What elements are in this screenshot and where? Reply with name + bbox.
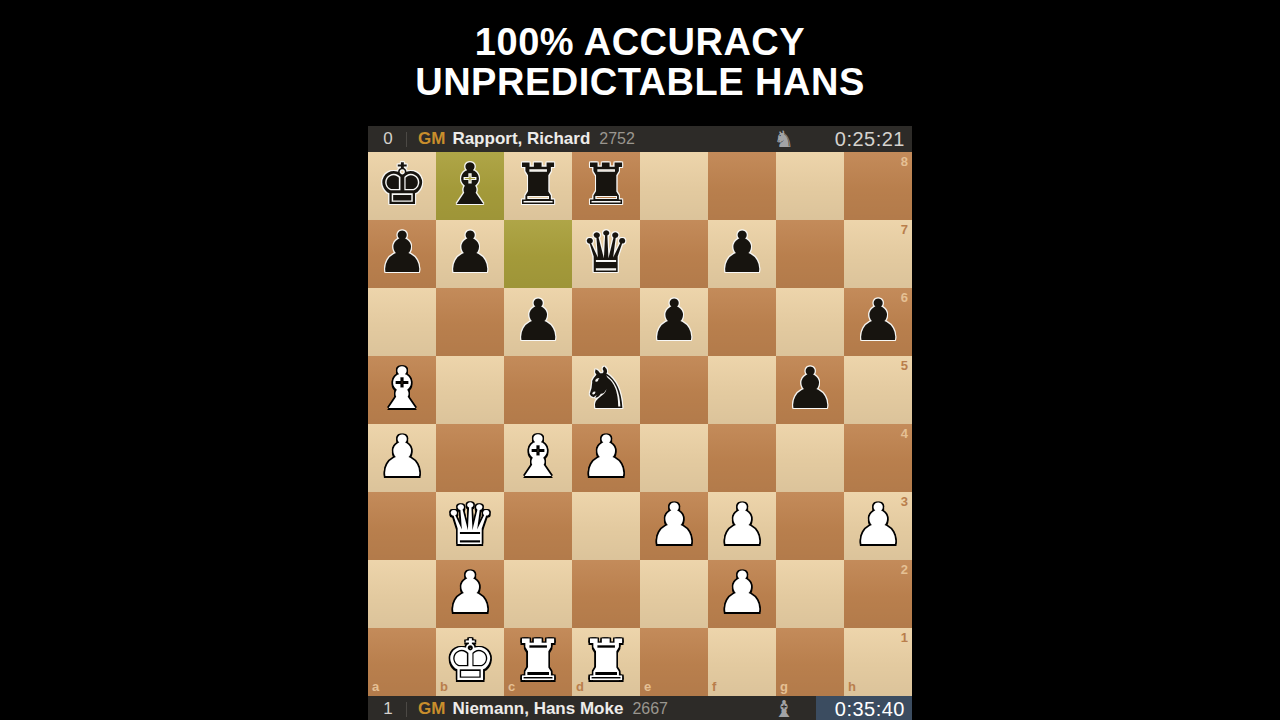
square-a5[interactable]: ♝: [368, 356, 436, 424]
square-e3[interactable]: ♟: [640, 492, 708, 560]
square-b4[interactable]: [436, 424, 504, 492]
square-f7[interactable]: ♟: [708, 220, 776, 288]
square-h5[interactable]: 5: [844, 356, 912, 424]
player-name-top: Rapport, Richard: [452, 129, 590, 149]
rank-label-3: 3: [901, 495, 908, 508]
file-label-b: b: [440, 680, 448, 693]
rank-label-8: 8: [901, 155, 908, 168]
square-c7[interactable]: [504, 220, 572, 288]
square-d1[interactable]: ♜d: [572, 628, 640, 696]
square-g4[interactable]: [776, 424, 844, 492]
rank-label-5: 5: [901, 359, 908, 372]
square-a2[interactable]: [368, 560, 436, 628]
square-c8[interactable]: ♜: [504, 152, 572, 220]
clock-top: 0:25:21: [816, 126, 912, 152]
square-a8[interactable]: ♚: [368, 152, 436, 220]
square-f1[interactable]: f: [708, 628, 776, 696]
square-g7[interactable]: [776, 220, 844, 288]
match-score-top: 0: [381, 129, 395, 149]
player-rating-top: 2752: [599, 130, 635, 148]
square-f4[interactable]: [708, 424, 776, 492]
square-a7[interactable]: ♟: [368, 220, 436, 288]
square-c3[interactable]: [504, 492, 572, 560]
square-f6[interactable]: [708, 288, 776, 356]
black-pawn: ♟: [648, 292, 699, 349]
white-pawn: ♟: [648, 496, 699, 553]
white-pawn: ♟: [376, 428, 427, 485]
caption-line-2: UNPREDICTABLE HANS: [0, 62, 1280, 102]
square-f2[interactable]: ♟: [708, 560, 776, 628]
file-label-f: f: [712, 680, 716, 693]
player-title-top: GM: [418, 129, 445, 149]
square-f8[interactable]: [708, 152, 776, 220]
square-g3[interactable]: [776, 492, 844, 560]
player-bar-top: 0 GM Rapport, Richard 2752 ♞ 0:25:21: [368, 126, 912, 152]
caption-line-1: 100% ACCURACY: [0, 22, 1280, 62]
square-g1[interactable]: g: [776, 628, 844, 696]
square-f5[interactable]: [708, 356, 776, 424]
file-label-a: a: [372, 680, 379, 693]
square-e6[interactable]: ♟: [640, 288, 708, 356]
square-a3[interactable]: [368, 492, 436, 560]
clock-bottom: 0:35:40: [816, 696, 912, 720]
square-c4[interactable]: ♝: [504, 424, 572, 492]
white-rook: ♜: [580, 632, 631, 689]
white-pawn: ♟: [444, 564, 495, 621]
square-c5[interactable]: [504, 356, 572, 424]
square-d4[interactable]: ♟: [572, 424, 640, 492]
rank-label-4: 4: [901, 427, 908, 440]
white-pawn: ♟: [716, 496, 767, 553]
square-e4[interactable]: [640, 424, 708, 492]
chess-board[interactable]: ♚♝♜♜8♟♟♛♟7♟♟♟6♝♞♟5♟♝♟4♛♟♟♟3♟♟2a♚b♜c♜defg…: [368, 152, 912, 696]
square-h7[interactable]: 7: [844, 220, 912, 288]
black-pawn: ♟: [376, 224, 427, 281]
square-a1[interactable]: a: [368, 628, 436, 696]
square-d6[interactable]: [572, 288, 640, 356]
divider: [406, 132, 407, 147]
square-b7[interactable]: ♟: [436, 220, 504, 288]
file-label-g: g: [780, 680, 788, 693]
square-h8[interactable]: 8: [844, 152, 912, 220]
square-e1[interactable]: e: [640, 628, 708, 696]
black-pawn: ♟: [512, 292, 563, 349]
square-c6[interactable]: ♟: [504, 288, 572, 356]
square-e8[interactable]: [640, 152, 708, 220]
square-g5[interactable]: ♟: [776, 356, 844, 424]
black-queen: ♛: [580, 224, 631, 281]
match-score-bottom: 1: [381, 699, 395, 719]
white-bishop: ♝: [376, 360, 427, 417]
square-c2[interactable]: [504, 560, 572, 628]
square-e7[interactable]: [640, 220, 708, 288]
file-label-h: h: [848, 680, 856, 693]
knight-icon: ♞: [773, 128, 794, 151]
square-d8[interactable]: ♜: [572, 152, 640, 220]
square-d3[interactable]: [572, 492, 640, 560]
file-label-e: e: [644, 680, 651, 693]
black-king: ♚: [376, 156, 427, 213]
square-b6[interactable]: [436, 288, 504, 356]
square-b2[interactable]: ♟: [436, 560, 504, 628]
square-b5[interactable]: [436, 356, 504, 424]
black-pawn: ♟: [852, 292, 903, 349]
black-knight: ♞: [580, 360, 631, 417]
rank-label-1: 1: [901, 631, 908, 644]
black-pawn: ♟: [444, 224, 495, 281]
black-pawn: ♟: [784, 360, 835, 417]
square-g2[interactable]: [776, 560, 844, 628]
player-name-bottom: Niemann, Hans Moke: [452, 699, 623, 719]
video-frame: 100% ACCURACY UNPREDICTABLE HANS 0 GM Ra…: [0, 0, 1280, 720]
white-pawn: ♟: [716, 564, 767, 621]
square-e5[interactable]: [640, 356, 708, 424]
black-pawn: ♟: [716, 224, 767, 281]
caption: 100% ACCURACY UNPREDICTABLE HANS: [0, 22, 1280, 102]
square-b3[interactable]: ♛: [436, 492, 504, 560]
player-title-bottom: GM: [418, 699, 445, 719]
square-h4[interactable]: 4: [844, 424, 912, 492]
white-rook: ♜: [512, 632, 563, 689]
square-h3[interactable]: ♟3: [844, 492, 912, 560]
white-king: ♚: [444, 632, 495, 689]
white-queen: ♛: [444, 496, 495, 553]
square-d5[interactable]: ♞: [572, 356, 640, 424]
player-rating-bottom: 2667: [632, 700, 668, 718]
square-b1[interactable]: ♚b: [436, 628, 504, 696]
square-d7[interactable]: ♛: [572, 220, 640, 288]
white-pawn: ♟: [852, 496, 903, 553]
square-g6[interactable]: [776, 288, 844, 356]
square-e2[interactable]: [640, 560, 708, 628]
file-label-c: c: [508, 680, 515, 693]
square-f3[interactable]: ♟: [708, 492, 776, 560]
square-h6[interactable]: ♟6: [844, 288, 912, 356]
square-b8[interactable]: ♝: [436, 152, 504, 220]
black-bishop: ♝: [444, 156, 495, 213]
black-rook: ♜: [580, 156, 631, 213]
white-bishop: ♝: [512, 428, 563, 485]
square-a6[interactable]: [368, 288, 436, 356]
square-c1[interactable]: ♜c: [504, 628, 572, 696]
black-rook: ♜: [512, 156, 563, 213]
bishop-icon: ♝: [773, 698, 794, 720]
square-h2[interactable]: 2: [844, 560, 912, 628]
file-label-d: d: [576, 680, 584, 693]
rank-label-6: 6: [901, 291, 908, 304]
player-bar-bottom: 1 GM Niemann, Hans Moke 2667 ♝ 0:35:40: [368, 696, 912, 720]
square-a4[interactable]: ♟: [368, 424, 436, 492]
square-d2[interactable]: [572, 560, 640, 628]
rank-label-2: 2: [901, 563, 908, 576]
divider: [406, 702, 407, 717]
square-g8[interactable]: [776, 152, 844, 220]
rank-label-7: 7: [901, 223, 908, 236]
square-h1[interactable]: 1h: [844, 628, 912, 696]
white-pawn: ♟: [580, 428, 631, 485]
